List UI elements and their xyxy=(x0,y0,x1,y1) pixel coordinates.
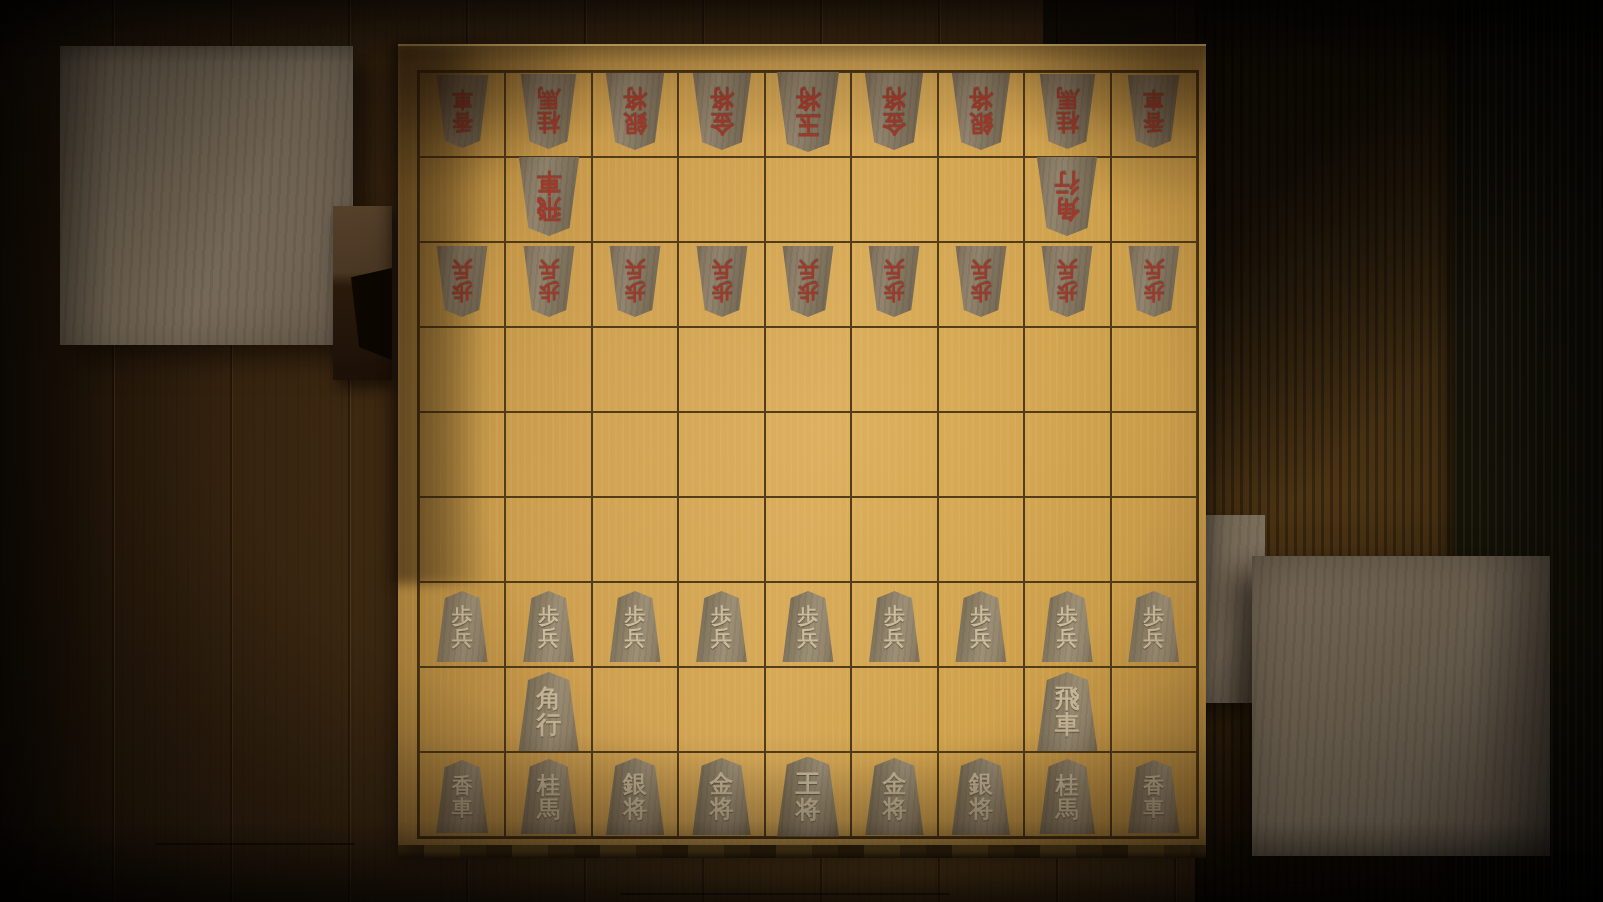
piece-gote-pawn-8c[interactable]: 歩兵 xyxy=(522,246,576,317)
board-cell-7x1[interactable]: 銀将 xyxy=(592,72,678,157)
board-cell-2x8[interactable]: 飛車 xyxy=(1024,667,1110,752)
piece-kanji: 歩 xyxy=(711,282,732,304)
piece-kanji: 歩 xyxy=(452,605,473,627)
piece-sente-gold-4i[interactable]: 金将 xyxy=(863,758,925,835)
board-cell-4x3[interactable]: 歩兵 xyxy=(851,242,937,327)
board-cell-6x4[interactable] xyxy=(678,327,764,412)
board-cell-5x8[interactable] xyxy=(765,667,851,752)
board-cell-6x1[interactable]: 金将 xyxy=(678,72,764,157)
piece-kanji: 兵 xyxy=(538,260,559,282)
piece-stand-left-leg xyxy=(333,206,392,380)
piece-kanji: 金 xyxy=(710,112,734,137)
board-cell-8x2[interactable]: 飛車 xyxy=(505,157,591,242)
piece-kanji: 歩 xyxy=(538,282,559,304)
piece-kanji: 将 xyxy=(710,797,734,822)
piece-kanji: 銀 xyxy=(623,772,647,797)
board-cell-6x6[interactable] xyxy=(678,497,764,582)
piece-sente-knight-2i[interactable]: 桂馬 xyxy=(1038,759,1097,834)
board-cell-7x5[interactable] xyxy=(592,412,678,497)
piece-kanji: 桂 xyxy=(537,773,560,797)
piece-gote-gold-4a[interactable]: 金将 xyxy=(863,73,925,150)
piece-kanji: 角 xyxy=(536,686,561,712)
shogi-game-scene: 香車桂馬銀将金将玉将金将銀将桂馬香車飛車角行歩兵歩兵歩兵歩兵歩兵歩兵歩兵歩兵歩兵… xyxy=(0,0,1603,902)
board-cell-6x9[interactable]: 金将 xyxy=(678,752,764,837)
piece-kanji: 兵 xyxy=(452,260,473,282)
board-cell-4x7[interactable]: 歩兵 xyxy=(851,582,937,667)
board-cell-1x9[interactable]: 香車 xyxy=(1111,752,1197,837)
piece-kanji: 銀 xyxy=(969,112,993,137)
piece-gote-pawn-6c[interactable]: 歩兵 xyxy=(695,246,749,317)
board-cell-9x8[interactable] xyxy=(419,667,505,752)
piece-kanji: 歩 xyxy=(1057,282,1078,304)
piece-gote-knight-2a[interactable]: 桂馬 xyxy=(1038,74,1097,149)
piece-kanji: 角 xyxy=(1055,197,1080,223)
board-cell-2x5[interactable] xyxy=(1024,412,1110,497)
board-cell-3x1[interactable]: 銀将 xyxy=(938,72,1024,157)
piece-kanji: 車 xyxy=(536,171,561,197)
piece-sente-pawn-5g[interactable]: 歩兵 xyxy=(781,591,835,662)
board-cell-1x2[interactable] xyxy=(1111,157,1197,242)
piece-kanji: 将 xyxy=(623,797,647,822)
piece-kanji: 馬 xyxy=(1056,88,1079,112)
board-cell-1x6[interactable] xyxy=(1111,497,1197,582)
piece-gote-king-5a[interactable]: 玉将 xyxy=(775,72,841,152)
piece-kanji: 香 xyxy=(452,112,473,134)
board-cell-8x5[interactable] xyxy=(505,412,591,497)
board-cell-4x6[interactable] xyxy=(851,497,937,582)
board-cell-5x6[interactable] xyxy=(765,497,851,582)
board-cell-2x6[interactable] xyxy=(1024,497,1110,582)
piece-kanji: 玉 xyxy=(795,112,820,138)
piece-kanji: 桂 xyxy=(537,112,560,136)
piece-sente-knight-8i[interactable]: 桂馬 xyxy=(519,759,578,834)
board-grid: 香車桂馬銀将金将玉将金将銀将桂馬香車飛車角行歩兵歩兵歩兵歩兵歩兵歩兵歩兵歩兵歩兵… xyxy=(417,70,1199,839)
piece-gote-pawn-3c[interactable]: 歩兵 xyxy=(954,246,1008,317)
board-cell-1x1[interactable]: 香車 xyxy=(1111,72,1197,157)
board-cell-5x5[interactable] xyxy=(765,412,851,497)
board-cell-2x2[interactable]: 角行 xyxy=(1024,157,1110,242)
piece-kanji: 香 xyxy=(1143,112,1164,134)
piece-gote-lance-1a[interactable]: 香車 xyxy=(1126,75,1181,148)
board-cell-5x7[interactable]: 歩兵 xyxy=(765,582,851,667)
board-cell-6x8[interactable] xyxy=(678,667,764,752)
piece-gote-pawn-5c[interactable]: 歩兵 xyxy=(781,246,835,317)
board-cell-2x7[interactable]: 歩兵 xyxy=(1024,582,1110,667)
board-cell-9x1[interactable]: 香車 xyxy=(419,72,505,157)
piece-sente-pawn-3g[interactable]: 歩兵 xyxy=(954,591,1008,662)
piece-kanji: 歩 xyxy=(538,605,559,627)
board-cell-4x4[interactable] xyxy=(851,327,937,412)
board-cell-8x1[interactable]: 桂馬 xyxy=(505,72,591,157)
piece-kanji: 車 xyxy=(1055,712,1080,738)
board-cell-8x6[interactable] xyxy=(505,497,591,582)
board-cell-7x3[interactable]: 歩兵 xyxy=(592,242,678,327)
board-cell-8x7[interactable]: 歩兵 xyxy=(505,582,591,667)
board-cell-9x6[interactable] xyxy=(419,497,505,582)
board-cell-7x8[interactable] xyxy=(592,667,678,752)
piece-kanji: 兵 xyxy=(711,260,732,282)
board-cell-6x2[interactable] xyxy=(678,157,764,242)
board-cell-9x3[interactable]: 歩兵 xyxy=(419,242,505,327)
board-cell-6x5[interactable] xyxy=(678,412,764,497)
piece-kanji: 歩 xyxy=(884,282,905,304)
board-cell-3x3[interactable]: 歩兵 xyxy=(938,242,1024,327)
piece-kanji: 兵 xyxy=(797,627,818,649)
piece-kanji: 歩 xyxy=(1057,605,1078,627)
piece-gote-silver-3a[interactable]: 銀将 xyxy=(950,73,1012,150)
board-cell-2x9[interactable]: 桂馬 xyxy=(1024,752,1110,837)
board-cell-7x6[interactable] xyxy=(592,497,678,582)
piece-sente-pawn-9g[interactable]: 歩兵 xyxy=(435,591,489,662)
piece-kanji: 行 xyxy=(1055,171,1080,197)
piece-sente-king-5i[interactable]: 王将 xyxy=(775,757,841,837)
board-cell-2x4[interactable] xyxy=(1024,327,1110,412)
board-cell-9x4[interactable] xyxy=(419,327,505,412)
board-cell-2x3[interactable]: 歩兵 xyxy=(1024,242,1110,327)
piece-kanji: 兵 xyxy=(970,260,991,282)
piece-kanji: 金 xyxy=(882,772,906,797)
piece-kanji: 将 xyxy=(882,87,906,112)
board-cell-3x8[interactable] xyxy=(938,667,1024,752)
board-cell-3x4[interactable] xyxy=(938,327,1024,412)
piece-sente-pawn-1g[interactable]: 歩兵 xyxy=(1127,591,1181,662)
piece-stand-left xyxy=(60,46,353,345)
piece-kanji: 将 xyxy=(623,87,647,112)
piece-kanji: 歩 xyxy=(711,605,732,627)
board-cell-4x8[interactable] xyxy=(851,667,937,752)
piece-kanji: 金 xyxy=(882,112,906,137)
board-cell-3x5[interactable] xyxy=(938,412,1024,497)
piece-sente-bishop-8h[interactable]: 角行 xyxy=(517,672,581,751)
piece-kanji: 兵 xyxy=(625,260,646,282)
board-cell-1x3[interactable]: 歩兵 xyxy=(1111,242,1197,327)
board-cell-5x2[interactable] xyxy=(765,157,851,242)
piece-kanji: 兵 xyxy=(1143,627,1164,649)
board-cell-8x3[interactable]: 歩兵 xyxy=(505,242,591,327)
piece-kanji: 将 xyxy=(882,797,906,822)
piece-stand-right xyxy=(1252,556,1550,856)
board-cell-3x7[interactable]: 歩兵 xyxy=(938,582,1024,667)
piece-gote-lance-9a[interactable]: 香車 xyxy=(435,75,490,148)
piece-kanji: 歩 xyxy=(970,282,991,304)
board-cell-9x2[interactable] xyxy=(419,157,505,242)
shogi-board: 香車桂馬銀将金将玉将金将銀将桂馬香車飛車角行歩兵歩兵歩兵歩兵歩兵歩兵歩兵歩兵歩兵… xyxy=(398,44,1206,845)
board-cell-4x5[interactable] xyxy=(851,412,937,497)
board-cell-8x8[interactable]: 角行 xyxy=(505,667,591,752)
board-cell-4x2[interactable] xyxy=(851,157,937,242)
piece-kanji: 車 xyxy=(1143,90,1164,112)
piece-sente-pawn-7g[interactable]: 歩兵 xyxy=(608,591,662,662)
piece-kanji: 兵 xyxy=(452,627,473,649)
board-cell-7x9[interactable]: 銀将 xyxy=(592,752,678,837)
piece-kanji: 兵 xyxy=(1143,260,1164,282)
piece-kanji: 兵 xyxy=(797,260,818,282)
piece-sente-pawn-4g[interactable]: 歩兵 xyxy=(867,591,921,662)
piece-sente-lance-1i[interactable]: 香車 xyxy=(1126,760,1181,833)
piece-sente-pawn-8g[interactable]: 歩兵 xyxy=(522,591,576,662)
piece-kanji: 馬 xyxy=(1056,797,1079,821)
board-cell-7x7[interactable]: 歩兵 xyxy=(592,582,678,667)
board-cell-5x9[interactable]: 王将 xyxy=(765,752,851,837)
board-cell-4x1[interactable]: 金将 xyxy=(851,72,937,157)
board-cell-1x4[interactable] xyxy=(1111,327,1197,412)
piece-sente-silver-7i[interactable]: 銀将 xyxy=(604,758,666,835)
piece-gote-silver-7a[interactable]: 銀将 xyxy=(604,73,666,150)
piece-gote-pawn-1c[interactable]: 歩兵 xyxy=(1127,246,1181,317)
piece-kanji: 将 xyxy=(969,87,993,112)
piece-sente-silver-3i[interactable]: 銀将 xyxy=(950,758,1012,835)
piece-kanji: 歩 xyxy=(797,605,818,627)
piece-kanji: 桂 xyxy=(1056,773,1079,797)
piece-kanji: 飛 xyxy=(1055,686,1080,712)
piece-gote-knight-8a[interactable]: 桂馬 xyxy=(519,74,578,149)
piece-gote-pawn-7c[interactable]: 歩兵 xyxy=(608,246,662,317)
piece-kanji: 歩 xyxy=(625,282,646,304)
piece-kanji: 兵 xyxy=(1057,627,1078,649)
piece-kanji: 行 xyxy=(536,712,561,738)
board-cell-3x6[interactable] xyxy=(938,497,1024,582)
piece-kanji: 車 xyxy=(452,797,473,819)
piece-kanji: 馬 xyxy=(537,88,560,112)
piece-kanji: 車 xyxy=(452,90,473,112)
piece-gote-pawn-2c[interactable]: 歩兵 xyxy=(1040,246,1094,317)
piece-gote-bishop-2b[interactable]: 角行 xyxy=(1035,157,1099,236)
piece-kanji: 兵 xyxy=(970,627,991,649)
floor-plank-joint xyxy=(155,843,355,845)
piece-kanji: 歩 xyxy=(970,605,991,627)
board-side-face xyxy=(398,843,1206,858)
piece-kanji: 歩 xyxy=(1143,282,1164,304)
piece-kanji: 香 xyxy=(452,775,473,797)
piece-sente-pawn-2g[interactable]: 歩兵 xyxy=(1040,591,1094,662)
board-cell-9x5[interactable] xyxy=(419,412,505,497)
board-cell-2x1[interactable]: 桂馬 xyxy=(1024,72,1110,157)
board-cell-1x8[interactable] xyxy=(1111,667,1197,752)
piece-kanji: 将 xyxy=(795,86,820,112)
piece-kanji: 銀 xyxy=(623,112,647,137)
piece-gote-rook-8b[interactable]: 飛車 xyxy=(517,157,581,236)
piece-sente-lance-9i[interactable]: 香車 xyxy=(435,760,490,833)
piece-kanji: 将 xyxy=(795,797,820,823)
piece-kanji: 兵 xyxy=(1057,260,1078,282)
piece-kanji: 金 xyxy=(710,772,734,797)
piece-kanji: 将 xyxy=(710,87,734,112)
piece-kanji: 馬 xyxy=(537,797,560,821)
piece-sente-pawn-6g[interactable]: 歩兵 xyxy=(695,591,749,662)
piece-kanji: 銀 xyxy=(969,772,993,797)
board-cell-8x4[interactable] xyxy=(505,327,591,412)
board-cell-9x7[interactable]: 歩兵 xyxy=(419,582,505,667)
piece-sente-gold-6i[interactable]: 金将 xyxy=(691,758,753,835)
piece-kanji: 飛 xyxy=(536,197,561,223)
piece-kanji: 歩 xyxy=(884,605,905,627)
piece-kanji: 香 xyxy=(1143,775,1164,797)
piece-kanji: 兵 xyxy=(884,260,905,282)
piece-gote-pawn-4c[interactable]: 歩兵 xyxy=(867,246,921,317)
piece-kanji: 歩 xyxy=(625,605,646,627)
piece-kanji: 兵 xyxy=(538,627,559,649)
board-cell-5x3[interactable]: 歩兵 xyxy=(765,242,851,327)
piece-kanji: 兵 xyxy=(884,627,905,649)
floor-plank-joint xyxy=(620,893,950,895)
board-cell-5x1[interactable]: 玉将 xyxy=(765,72,851,157)
board-cell-6x3[interactable]: 歩兵 xyxy=(678,242,764,327)
piece-kanji: 歩 xyxy=(797,282,818,304)
piece-kanji: 兵 xyxy=(625,627,646,649)
board-cell-7x2[interactable] xyxy=(592,157,678,242)
board-cell-5x4[interactable] xyxy=(765,327,851,412)
piece-kanji: 兵 xyxy=(711,627,732,649)
board-cell-7x4[interactable] xyxy=(592,327,678,412)
piece-kanji: 歩 xyxy=(452,282,473,304)
board-cell-1x7[interactable]: 歩兵 xyxy=(1111,582,1197,667)
piece-gote-pawn-9c[interactable]: 歩兵 xyxy=(435,246,489,317)
board-cell-4x9[interactable]: 金将 xyxy=(851,752,937,837)
piece-gote-gold-6a[interactable]: 金将 xyxy=(691,73,753,150)
board-cell-8x9[interactable]: 桂馬 xyxy=(505,752,591,837)
piece-kanji: 将 xyxy=(969,797,993,822)
piece-kanji: 桂 xyxy=(1056,112,1079,136)
board-cell-3x9[interactable]: 銀将 xyxy=(938,752,1024,837)
board-cell-1x5[interactable] xyxy=(1111,412,1197,497)
piece-kanji: 歩 xyxy=(1143,605,1164,627)
piece-kanji: 車 xyxy=(1143,797,1164,819)
board-cell-3x2[interactable] xyxy=(938,157,1024,242)
stand-leg-notch xyxy=(351,268,392,360)
piece-kanji: 王 xyxy=(795,771,820,797)
board-cell-6x7[interactable]: 歩兵 xyxy=(678,582,764,667)
piece-sente-rook-2h[interactable]: 飛車 xyxy=(1035,672,1099,751)
board-cell-9x9[interactable]: 香車 xyxy=(419,752,505,837)
